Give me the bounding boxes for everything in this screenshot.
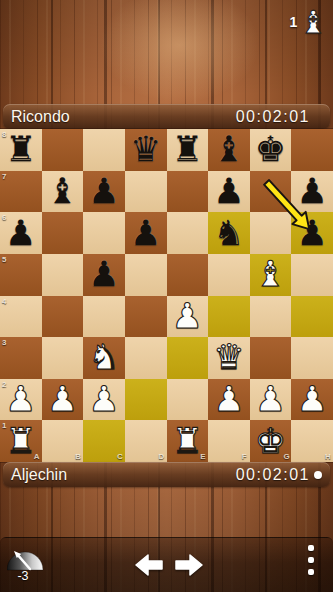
file-label-E: E: [200, 452, 205, 461]
square-b3[interactable]: [42, 337, 84, 379]
square-f7[interactable]: ♟: [208, 171, 250, 213]
square-d8[interactable]: ♛: [125, 129, 167, 171]
overflow-menu-button[interactable]: [303, 543, 319, 577]
piece-black-bishop-b7: ♝: [47, 171, 78, 212]
square-h4[interactable]: [291, 296, 333, 338]
square-d2[interactable]: [125, 379, 167, 421]
rank-label-5: 5: [2, 255, 6, 264]
square-g3[interactable]: [250, 337, 292, 379]
square-c4[interactable]: [83, 296, 125, 338]
square-e6[interactable]: [167, 212, 209, 254]
piece-black-rook-a8: ♜: [5, 129, 36, 170]
square-g7[interactable]: [250, 171, 292, 213]
captured-count: 1: [289, 14, 297, 30]
piece-black-pawn-d6: ♟: [130, 213, 161, 254]
piece-white-rook-a1: ♜: [5, 421, 36, 462]
player-name-top: Ricondo: [11, 108, 236, 126]
square-b4[interactable]: [42, 296, 84, 338]
square-b5[interactable]: [42, 254, 84, 296]
piece-white-pawn-g2: ♟: [255, 379, 286, 420]
square-c6[interactable]: [83, 212, 125, 254]
square-e8[interactable]: ♜: [167, 129, 209, 171]
square-h2[interactable]: ♟: [291, 379, 333, 421]
piece-white-pawn-e4: ♟: [172, 296, 203, 337]
square-g4[interactable]: [250, 296, 292, 338]
menu-dot: [308, 557, 314, 563]
piece-white-pawn-f2: ♟: [213, 379, 244, 420]
square-f8[interactable]: ♝: [208, 129, 250, 171]
square-b6[interactable]: [42, 212, 84, 254]
square-g8[interactable]: ♚: [250, 129, 292, 171]
piece-black-king-g8: ♚: [255, 129, 286, 170]
player-clock-bottom: 00:02:01: [236, 466, 310, 484]
square-c8[interactable]: [83, 129, 125, 171]
piece-white-knight-c3: ♞: [88, 337, 119, 378]
square-b7[interactable]: ♝: [42, 171, 84, 213]
square-f3[interactable]: ♛: [208, 337, 250, 379]
piece-black-pawn-f7: ♟: [213, 171, 244, 212]
square-e2[interactable]: [167, 379, 209, 421]
square-e5[interactable]: [167, 254, 209, 296]
rank-label-8: 8: [2, 130, 6, 139]
rank-label-1: 1: [2, 421, 6, 430]
square-g2[interactable]: ♟: [250, 379, 292, 421]
app-screen: 1 ♝ Ricondo 00:02:01 ♜♛♜♝♚♝♟♟♟♟♟♞♟♟♝♟♞♛♟…: [0, 0, 333, 592]
piece-white-king-g1: ♚: [255, 421, 286, 462]
bottom-toolbar: [0, 537, 333, 592]
player-bar-bottom: Aljechin 00:02:01: [3, 462, 330, 487]
file-label-A: A: [34, 452, 40, 461]
square-f2[interactable]: ♟: [208, 379, 250, 421]
evaluation-value: -3: [2, 569, 44, 583]
piece-black-pawn-a6: ♟: [5, 213, 36, 254]
rank-label-2: 2: [2, 380, 6, 389]
captured-white-bishop-icon: ♝: [299, 4, 327, 40]
square-d7[interactable]: [125, 171, 167, 213]
square-b8[interactable]: [42, 129, 84, 171]
file-label-B: B: [75, 452, 81, 461]
rank-label-6: 6: [2, 213, 6, 222]
board: ♜♛♜♝♚♝♟♟♟♟♟♞♟♟♝♟♞♛♟♟♟♟♟♟♜♜♚87654321ABCDE…: [0, 129, 333, 462]
piece-black-pawn-c7: ♟: [88, 171, 119, 212]
piece-black-pawn-c5: ♟: [88, 254, 119, 295]
file-label-D: D: [159, 452, 165, 461]
rank-label-7: 7: [2, 172, 6, 181]
square-h8[interactable]: [291, 129, 333, 171]
piece-black-rook-e8: ♜: [172, 129, 203, 170]
piece-white-pawn-b2: ♟: [47, 379, 78, 420]
square-e7[interactable]: [167, 171, 209, 213]
square-d3[interactable]: [125, 337, 167, 379]
back-move-button[interactable]: [134, 553, 164, 577]
square-h3[interactable]: [291, 337, 333, 379]
evaluation-gauge-icon: [7, 550, 43, 571]
square-c2[interactable]: ♟: [83, 379, 125, 421]
right-arrow-icon: [174, 553, 204, 577]
player-clock-top: 00:02:01: [236, 108, 310, 126]
square-c3[interactable]: ♞: [83, 337, 125, 379]
menu-dot: [308, 545, 314, 551]
square-h7[interactable]: ♟: [291, 171, 333, 213]
square-h5[interactable]: [291, 254, 333, 296]
piece-black-knight-f6: ♞: [213, 213, 244, 254]
square-g6[interactable]: [250, 212, 292, 254]
piece-black-queen-d8: ♛: [130, 129, 161, 170]
square-f5[interactable]: [208, 254, 250, 296]
square-e4[interactable]: ♟: [167, 296, 209, 338]
square-d5[interactable]: [125, 254, 167, 296]
square-f4[interactable]: [208, 296, 250, 338]
forward-move-button[interactable]: [174, 553, 204, 577]
piece-white-pawn-a2: ♟: [5, 379, 36, 420]
piece-black-pawn-h6: ♟: [296, 213, 327, 254]
file-label-C: C: [117, 452, 123, 461]
piece-white-rook-e1: ♜: [172, 421, 203, 462]
square-c5[interactable]: ♟: [83, 254, 125, 296]
rank-label-4: 4: [2, 297, 6, 306]
square-f6[interactable]: ♞: [208, 212, 250, 254]
turn-dot-bottom: [314, 471, 322, 479]
square-d6[interactable]: ♟: [125, 212, 167, 254]
file-label-G: G: [283, 452, 289, 461]
square-b2[interactable]: ♟: [42, 379, 84, 421]
piece-white-pawn-h2: ♟: [296, 379, 327, 420]
piece-white-bishop-g5: ♝: [255, 254, 286, 295]
left-arrow-icon: [134, 553, 164, 577]
square-e3[interactable]: [167, 337, 209, 379]
square-g5[interactable]: ♝: [250, 254, 292, 296]
captured-pieces-tray: 1 ♝: [289, 4, 327, 40]
piece-white-queen-f3: ♛: [213, 337, 244, 378]
square-c7[interactable]: ♟: [83, 171, 125, 213]
file-label-F: F: [242, 452, 247, 461]
piece-black-pawn-h7: ♟: [296, 171, 327, 212]
player-name-bottom: Aljechin: [11, 466, 236, 484]
file-label-H: H: [325, 452, 331, 461]
menu-dot: [308, 569, 314, 575]
piece-white-pawn-c2: ♟: [88, 379, 119, 420]
piece-black-bishop-f8: ♝: [213, 129, 244, 170]
rank-label-3: 3: [2, 338, 6, 347]
square-d4[interactable]: [125, 296, 167, 338]
square-h6[interactable]: ♟: [291, 212, 333, 254]
player-bar-top: Ricondo 00:02:01: [3, 104, 330, 129]
